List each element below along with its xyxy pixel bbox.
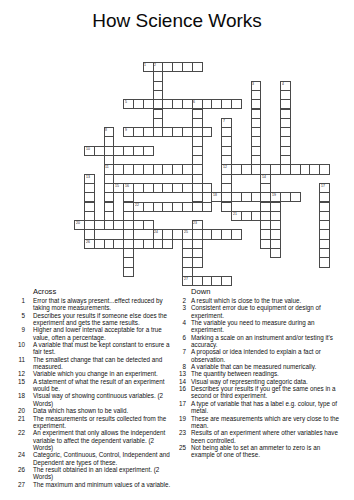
clue-item: 24Categoric, Continuous, Control, Indepe… [11,451,171,466]
cell-number: 1 [144,63,146,66]
crossword-cell[interactable] [270,248,281,258]
crossword-cell[interactable] [143,146,154,156]
clue-number: 8 [172,363,186,370]
clue-text: The quantity between readings. [191,370,342,377]
crossword-cell[interactable] [319,164,330,174]
cell-number: 22 [135,203,139,206]
clue-number: 12 [11,370,25,377]
cell-number: 14 [262,175,266,178]
across-clues-list: 1Error that is always present...effect r… [11,297,171,488]
clue-text: The measurements or results collected fr… [33,415,171,430]
clue-text: A statement of what the result of an exp… [33,378,171,393]
clue-number: 26 [11,466,25,473]
clue-item: 7A proposal or idea intended to explain … [172,348,342,363]
clue-number: 15 [11,378,25,385]
clue-number: 1 [11,297,25,304]
clue-number: 25 [172,444,186,451]
clue-number: 3 [172,304,186,311]
clue-item: 10A variable that must be kept constant … [11,341,171,356]
clue-number: 16 [172,385,186,392]
clue-item: 20Data which has shown to be valid. [11,407,171,414]
clue-item: 17A type of variable that has a label e.… [172,400,342,415]
crossword-cell[interactable] [290,192,301,202]
clue-item: 9Higher and lower interval acceptable fo… [11,326,171,341]
cell-number: 23 [193,221,197,224]
clue-text: A variable that can be measured numerica… [191,363,342,370]
clue-number: 11 [11,356,25,363]
clue-text: Marking a scale on an instrument and/or … [191,334,342,349]
crossword-cell[interactable] [319,257,330,267]
crossword-cell[interactable] [221,276,232,286]
clue-text: Consistent error due to equipment or des… [191,304,342,319]
crossword-cell[interactable] [123,211,134,221]
clue-text: Visual way of representing categoric dat… [191,378,342,385]
clue-item: 12Variable which you change in an experi… [11,370,171,377]
clue-number: 27 [11,481,25,488]
clue-text: The smallest change that can be detected… [33,356,171,371]
clue-item: 3Consistent error due to equipment or de… [172,304,342,319]
clue-number: 5 [11,312,25,319]
crossword-cell[interactable] [231,99,242,109]
crossword-cell[interactable] [84,211,95,221]
cell-number: 8 [105,128,107,131]
clue-text: A variable that must be kept constant to… [33,341,171,356]
clue-item: 16Describes your results if you get the … [172,385,342,400]
crossword-cell[interactable] [192,257,203,267]
clue-item: 22An experiment that only allows the ind… [11,429,171,451]
clue-text: A proposal or idea intended to explain a… [191,348,342,363]
crossword-cell[interactable] [221,183,232,193]
clue-item: 23Results of an experiment where other v… [172,429,342,444]
cell-number: 4 [282,82,284,85]
across-header: Across [33,287,171,296]
cell-number: 6 [193,100,195,103]
worksheet-page: How Science Works 1256910111215161819222… [0,0,354,500]
cell-number: 15 [115,184,119,187]
cell-number: 9 [125,128,127,131]
clue-text: The result obtained in an ideal experime… [33,466,171,481]
cell-number: 10 [86,147,90,150]
crossword-cell[interactable] [221,155,232,165]
crossword-cell[interactable] [104,211,115,221]
cell-number: 19 [272,193,276,196]
clue-item: 21The measurements or results collected … [11,415,171,430]
crossword-cell[interactable] [153,90,164,100]
clue-number: 2 [172,297,186,304]
crossword-cell[interactable]: 23 [192,220,203,230]
crossword-cell[interactable] [123,267,134,277]
crossword-cell[interactable] [192,174,203,184]
crossword-cell[interactable] [251,155,262,165]
crossword-cell[interactable] [162,239,173,249]
clue-number: 13 [172,370,186,377]
crossword-cell[interactable] [153,118,164,128]
clue-text: Results of an experiment where other var… [191,429,342,444]
cell-number: 2 [154,63,156,66]
clue-item: 11The smallest change that can be detect… [11,356,171,371]
clue-text: A result which is close to the true valu… [191,297,342,304]
clue-text: Data which has shown to be valid. [33,407,171,414]
crossword-cell[interactable] [260,183,271,193]
clue-text: Higher and lower interval acceptable for… [33,326,171,341]
clue-item: 2A result which is close to the true val… [172,297,342,304]
cell-number: 16 [125,184,129,187]
clue-item: 1Error that is always present...effect r… [11,297,171,312]
cell-number: 13 [86,175,90,178]
clue-item: 8A variable that can be measured numeric… [172,363,342,370]
crossword-cell[interactable] [104,155,115,165]
clue-item: 25Not being able to set an ammeter to ze… [172,444,342,459]
crossword-cell[interactable] [202,202,213,212]
cell-number: 18 [213,193,217,196]
down-header: Down [191,287,342,296]
clue-number: 7 [172,348,186,355]
clue-number: 17 [172,400,186,407]
cell-number: 20 [76,221,80,224]
crossword-cell[interactable] [182,267,193,277]
clue-text: Describes your results if you get the sa… [191,385,342,400]
across-clues-section: Across 1Error that is always present...e… [11,287,171,488]
crossword-cell[interactable] [192,62,203,72]
cell-number: 21 [233,212,237,215]
clue-item: 18Visual way of showing continuous varia… [11,392,171,407]
crossword-cell[interactable] [280,155,291,165]
clue-number: 18 [11,392,25,399]
clue-number: 19 [172,415,186,422]
crossword-cell[interactable] [104,136,115,146]
clue-number: 6 [172,334,186,341]
clue-text: These are measurements which are very cl… [191,415,342,430]
down-clues-list: 2A result which is close to the true val… [172,297,342,459]
clue-text: An experiment that only allows the indep… [33,429,171,451]
crossword-cell[interactable] [231,229,242,239]
clue-item: 26The result obtained in an ideal experi… [11,466,171,481]
cell-number: 24 [154,230,158,233]
cell-number: 7 [223,119,225,122]
clue-text: A type of variable that has a label e.g.… [191,400,342,415]
clue-text: Variable which you change in an experime… [33,370,171,377]
clue-item: 15A statement of what the result of an e… [11,378,171,393]
clue-item: 13The quantity between readings. [172,370,342,377]
crossword-cell[interactable] [123,229,134,239]
cell-number: 26 [86,240,90,243]
clue-item: 5Describes your results if someone else … [11,312,171,327]
crossword-cell[interactable] [192,155,203,165]
clue-number: 22 [11,429,25,436]
clue-text: Describes your results if someone else d… [33,312,171,327]
cell-number: 25 [184,230,188,233]
clue-number: 14 [172,378,186,385]
clue-number: 21 [11,415,25,422]
clue-text: The maximum and minimum values of a vari… [33,481,171,488]
clue-text: Categoric, Continuous, Control, Independ… [33,451,171,466]
page-title: How Science Works [0,10,354,32]
crossword-cell[interactable] [221,202,232,212]
crossword-cell[interactable] [192,118,203,128]
clue-number: 20 [11,407,25,414]
cell-number: 17 [321,184,325,187]
crossword-cell[interactable] [192,192,203,202]
down-clues-section: Down 2A result which is close to the tru… [172,287,342,459]
clue-text: The variable you need to measure during … [191,319,342,334]
clue-text: Visual way of showing continuous variabl… [33,392,171,407]
cell-number: 12 [223,165,227,168]
clue-item: 6Marking a scale on an instrument and/or… [172,334,342,349]
clue-item: 19These are measurements which are very … [172,415,342,430]
clue-item: 4The variable you need to measure during… [172,319,342,334]
clue-number: 9 [11,326,25,333]
clue-item: 14Visual way of representing categoric d… [172,378,342,385]
clue-number: 10 [11,341,25,348]
clue-number: 4 [172,319,186,326]
cell-number: 3 [252,82,254,85]
crossword-grid: 1256910111215161819222120242526273478131… [35,62,329,285]
crossword-cell[interactable] [84,229,95,239]
cell-number: 27 [184,277,188,280]
cell-number: 5 [125,100,127,103]
cell-number: 11 [105,165,109,168]
clue-text: Error that is always present...effect re… [33,297,171,312]
clue-text: Not being able to set an ammeter to zero… [191,444,342,459]
crossword-cell[interactable] [202,127,213,137]
clue-number: 24 [11,451,25,458]
clue-number: 23 [172,429,186,436]
clue-item: 27The maximum and minimum values of a va… [11,481,171,488]
